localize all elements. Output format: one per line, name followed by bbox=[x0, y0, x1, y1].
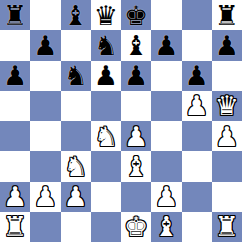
white-pawn[interactable]: ♟ bbox=[215, 123, 239, 150]
white-knight[interactable]: ♞ bbox=[64, 153, 88, 180]
square-e1[interactable]: ♚ bbox=[121, 212, 151, 242]
black-pawn[interactable]: ♟ bbox=[154, 32, 178, 59]
white-pawn[interactable]: ♟ bbox=[154, 183, 178, 210]
black-knight[interactable]: ♞ bbox=[94, 32, 118, 59]
black-rook[interactable]: ♜ bbox=[3, 2, 27, 29]
white-pawn[interactable]: ♟ bbox=[3, 183, 27, 210]
square-f3[interactable] bbox=[151, 151, 181, 181]
square-d1[interactable] bbox=[91, 212, 121, 242]
square-g7[interactable] bbox=[182, 30, 212, 60]
square-d3[interactable] bbox=[91, 151, 121, 181]
square-h8[interactable]: ♜ bbox=[212, 0, 242, 30]
square-a2[interactable]: ♟ bbox=[0, 182, 30, 212]
white-bishop[interactable]: ♝ bbox=[124, 153, 148, 180]
square-b8[interactable] bbox=[30, 0, 60, 30]
white-pawn[interactable]: ♟ bbox=[33, 183, 57, 210]
square-e7[interactable]: ♝ bbox=[121, 30, 151, 60]
square-h3[interactable] bbox=[212, 151, 242, 181]
square-f1[interactable]: ♝ bbox=[151, 212, 181, 242]
black-king[interactable]: ♚ bbox=[124, 2, 148, 29]
black-pawn[interactable]: ♟ bbox=[215, 32, 239, 59]
square-e2[interactable] bbox=[121, 182, 151, 212]
square-g8[interactable] bbox=[182, 0, 212, 30]
black-pawn[interactable]: ♟ bbox=[94, 62, 118, 89]
square-g4[interactable] bbox=[182, 121, 212, 151]
white-queen[interactable]: ♛ bbox=[215, 92, 239, 119]
square-a7[interactable] bbox=[0, 30, 30, 60]
square-b3[interactable] bbox=[30, 151, 60, 181]
square-c5[interactable] bbox=[61, 91, 91, 121]
square-f8[interactable] bbox=[151, 0, 181, 30]
black-pawn[interactable]: ♟ bbox=[185, 62, 209, 89]
square-g5[interactable]: ♟ bbox=[182, 91, 212, 121]
square-b5[interactable] bbox=[30, 91, 60, 121]
black-pawn[interactable]: ♟ bbox=[124, 62, 148, 89]
square-h5[interactable]: ♛ bbox=[212, 91, 242, 121]
chess-board: ♜♝♛♚♜♟♞♝♟♟♟♞♟♟♟♟♛♞♟♟♞♝♟♟♟♟♜♚♝♜ bbox=[0, 0, 242, 242]
square-f7[interactable]: ♟ bbox=[151, 30, 181, 60]
square-h6[interactable] bbox=[212, 61, 242, 91]
square-a1[interactable]: ♜ bbox=[0, 212, 30, 242]
square-h4[interactable]: ♟ bbox=[212, 121, 242, 151]
square-a8[interactable]: ♜ bbox=[0, 0, 30, 30]
square-e3[interactable]: ♝ bbox=[121, 151, 151, 181]
white-rook[interactable]: ♜ bbox=[3, 213, 27, 240]
white-knight[interactable]: ♞ bbox=[94, 123, 118, 150]
black-bishop[interactable]: ♝ bbox=[124, 32, 148, 59]
black-queen[interactable]: ♛ bbox=[94, 2, 118, 29]
square-h2[interactable] bbox=[212, 182, 242, 212]
square-f4[interactable] bbox=[151, 121, 181, 151]
square-e8[interactable]: ♚ bbox=[121, 0, 151, 30]
square-c6[interactable]: ♞ bbox=[61, 61, 91, 91]
square-a6[interactable]: ♟ bbox=[0, 61, 30, 91]
square-b2[interactable]: ♟ bbox=[30, 182, 60, 212]
square-e4[interactable]: ♟ bbox=[121, 121, 151, 151]
white-pawn[interactable]: ♟ bbox=[185, 92, 209, 119]
square-g3[interactable] bbox=[182, 151, 212, 181]
square-b6[interactable] bbox=[30, 61, 60, 91]
square-e6[interactable]: ♟ bbox=[121, 61, 151, 91]
white-bishop[interactable]: ♝ bbox=[154, 213, 178, 240]
square-b1[interactable] bbox=[30, 212, 60, 242]
square-b7[interactable]: ♟ bbox=[30, 30, 60, 60]
square-a3[interactable] bbox=[0, 151, 30, 181]
black-bishop[interactable]: ♝ bbox=[64, 2, 88, 29]
square-f6[interactable] bbox=[151, 61, 181, 91]
white-pawn[interactable]: ♟ bbox=[64, 183, 88, 210]
square-d8[interactable]: ♛ bbox=[91, 0, 121, 30]
square-c2[interactable]: ♟ bbox=[61, 182, 91, 212]
square-d7[interactable]: ♞ bbox=[91, 30, 121, 60]
square-a4[interactable] bbox=[0, 121, 30, 151]
square-c3[interactable]: ♞ bbox=[61, 151, 91, 181]
square-d2[interactable] bbox=[91, 182, 121, 212]
square-a5[interactable] bbox=[0, 91, 30, 121]
square-g2[interactable] bbox=[182, 182, 212, 212]
square-c1[interactable] bbox=[61, 212, 91, 242]
white-pawn[interactable]: ♟ bbox=[124, 123, 148, 150]
square-d6[interactable]: ♟ bbox=[91, 61, 121, 91]
square-d5[interactable] bbox=[91, 91, 121, 121]
black-pawn[interactable]: ♟ bbox=[33, 32, 57, 59]
white-rook[interactable]: ♜ bbox=[215, 213, 239, 240]
square-b4[interactable] bbox=[30, 121, 60, 151]
black-rook[interactable]: ♜ bbox=[215, 2, 239, 29]
square-g1[interactable] bbox=[182, 212, 212, 242]
square-f5[interactable] bbox=[151, 91, 181, 121]
square-d4[interactable]: ♞ bbox=[91, 121, 121, 151]
square-c7[interactable] bbox=[61, 30, 91, 60]
square-h1[interactable]: ♜ bbox=[212, 212, 242, 242]
square-c4[interactable] bbox=[61, 121, 91, 151]
square-g6[interactable]: ♟ bbox=[182, 61, 212, 91]
square-f2[interactable]: ♟ bbox=[151, 182, 181, 212]
white-king[interactable]: ♚ bbox=[124, 213, 148, 240]
square-e5[interactable] bbox=[121, 91, 151, 121]
black-pawn[interactable]: ♟ bbox=[3, 62, 27, 89]
black-knight[interactable]: ♞ bbox=[64, 62, 88, 89]
square-h7[interactable]: ♟ bbox=[212, 30, 242, 60]
square-c8[interactable]: ♝ bbox=[61, 0, 91, 30]
